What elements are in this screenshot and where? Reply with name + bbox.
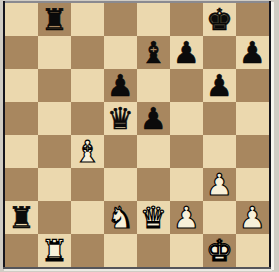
square-b2[interactable] — [38, 201, 71, 234]
square-g8[interactable]: ♚ — [203, 3, 236, 36]
piece-white-pawn: ♟ — [173, 201, 200, 234]
square-e7[interactable]: ♝ — [137, 36, 170, 69]
square-a4[interactable] — [5, 135, 38, 168]
square-h3[interactable] — [236, 168, 269, 201]
square-h2[interactable]: ♟ — [236, 201, 269, 234]
board-frame-bottom-highlight — [4, 269, 272, 271]
piece-black-rook: ♜ — [8, 201, 35, 234]
square-c4[interactable]: ♝ — [71, 135, 104, 168]
square-b8[interactable]: ♜ — [38, 3, 71, 36]
square-f5[interactable] — [170, 102, 203, 135]
square-b1[interactable]: ♜ — [38, 234, 71, 267]
square-g2[interactable] — [203, 201, 236, 234]
square-e3[interactable] — [137, 168, 170, 201]
piece-white-pawn: ♟ — [206, 168, 233, 201]
piece-black-pawn: ♟ — [107, 69, 134, 102]
square-g5[interactable] — [203, 102, 236, 135]
square-b5[interactable] — [38, 102, 71, 135]
square-b3[interactable] — [38, 168, 71, 201]
piece-white-rook: ♜ — [41, 234, 68, 267]
piece-black-bishop: ♝ — [140, 36, 167, 69]
square-h1[interactable] — [236, 234, 269, 267]
square-f2[interactable]: ♟ — [170, 201, 203, 234]
square-c5[interactable] — [71, 102, 104, 135]
square-a3[interactable] — [5, 168, 38, 201]
square-e1[interactable] — [137, 234, 170, 267]
square-g6[interactable]: ♟ — [203, 69, 236, 102]
piece-black-pawn: ♟ — [239, 36, 266, 69]
square-h7[interactable]: ♟ — [236, 36, 269, 69]
square-e2[interactable]: ♛ — [137, 201, 170, 234]
square-e4[interactable] — [137, 135, 170, 168]
square-a1[interactable] — [5, 234, 38, 267]
piece-white-queen: ♛ — [140, 201, 167, 234]
piece-white-pawn: ♟ — [239, 201, 266, 234]
piece-black-queen: ♛ — [107, 102, 134, 135]
square-a8[interactable] — [5, 3, 38, 36]
square-f1[interactable] — [170, 234, 203, 267]
square-e5[interactable]: ♟ — [137, 102, 170, 135]
piece-white-king: ♚ — [206, 234, 233, 267]
square-d2[interactable]: ♞ — [104, 201, 137, 234]
square-f8[interactable] — [170, 3, 203, 36]
square-b7[interactable] — [38, 36, 71, 69]
square-c6[interactable] — [71, 69, 104, 102]
square-b4[interactable] — [38, 135, 71, 168]
square-h8[interactable] — [236, 3, 269, 36]
square-c2[interactable] — [71, 201, 104, 234]
piece-black-king: ♚ — [206, 3, 233, 36]
square-d4[interactable] — [104, 135, 137, 168]
square-b6[interactable] — [38, 69, 71, 102]
square-d5[interactable]: ♛ — [104, 102, 137, 135]
square-f6[interactable] — [170, 69, 203, 102]
square-a2[interactable]: ♜ — [5, 201, 38, 234]
board-frame-right-highlight — [271, 2, 274, 270]
square-a5[interactable] — [5, 102, 38, 135]
piece-black-pawn: ♟ — [206, 69, 233, 102]
square-f3[interactable] — [170, 168, 203, 201]
square-d6[interactable]: ♟ — [104, 69, 137, 102]
square-h6[interactable] — [236, 69, 269, 102]
piece-black-rook: ♜ — [41, 3, 68, 36]
square-a7[interactable] — [5, 36, 38, 69]
piece-black-pawn: ♟ — [140, 102, 167, 135]
square-g7[interactable] — [203, 36, 236, 69]
chess-app-window: ♜♚♝♟♟♟♟♛♟♝♟♜♞♛♟♟♜♚ — [0, 0, 279, 272]
square-d1[interactable] — [104, 234, 137, 267]
square-f4[interactable] — [170, 135, 203, 168]
square-c8[interactable] — [71, 3, 104, 36]
chess-board: ♜♚♝♟♟♟♟♛♟♝♟♜♞♛♟♟♜♚ — [5, 3, 269, 267]
square-h4[interactable] — [236, 135, 269, 168]
square-c7[interactable] — [71, 36, 104, 69]
square-e6[interactable] — [137, 69, 170, 102]
square-g4[interactable] — [203, 135, 236, 168]
square-f7[interactable]: ♟ — [170, 36, 203, 69]
square-g3[interactable]: ♟ — [203, 168, 236, 201]
square-d8[interactable] — [104, 3, 137, 36]
square-a6[interactable] — [5, 69, 38, 102]
square-d3[interactable] — [104, 168, 137, 201]
piece-white-knight: ♞ — [107, 201, 134, 234]
square-g1[interactable]: ♚ — [203, 234, 236, 267]
square-d7[interactable] — [104, 36, 137, 69]
piece-white-bishop: ♝ — [74, 135, 101, 168]
square-c3[interactable] — [71, 168, 104, 201]
square-h5[interactable] — [236, 102, 269, 135]
square-e8[interactable] — [137, 3, 170, 36]
square-c1[interactable] — [71, 234, 104, 267]
piece-black-pawn: ♟ — [173, 36, 200, 69]
